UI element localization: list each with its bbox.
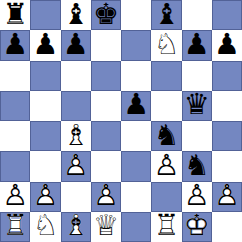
square-f7[interactable]: ♞♘ — [151, 30, 181, 60]
square-d8[interactable]: ♚ — [91, 0, 121, 30]
square-b8[interactable] — [30, 0, 60, 30]
square-c4[interactable]: ♝♗ — [61, 121, 91, 151]
square-b5[interactable] — [30, 91, 60, 121]
square-a3[interactable] — [0, 151, 30, 181]
square-g3[interactable]: ♞ — [182, 151, 212, 181]
square-d6[interactable] — [91, 61, 121, 91]
square-f2[interactable] — [151, 182, 181, 212]
square-d5[interactable] — [91, 91, 121, 121]
square-a5[interactable] — [0, 91, 30, 121]
piece-white-pawn[interactable]: ♟♙ — [151, 151, 181, 181]
piece-white-knight[interactable]: ♞♘ — [30, 212, 60, 242]
piece-white-pawn[interactable]: ♟♙ — [91, 182, 121, 212]
square-f1[interactable]: ♜♖ — [151, 212, 181, 242]
piece-white-knight[interactable]: ♞♘ — [151, 30, 181, 60]
square-a4[interactable] — [0, 121, 30, 151]
square-h8[interactable] — [212, 0, 242, 30]
piece-white-pawn[interactable]: ♟♙ — [61, 151, 91, 181]
square-e3[interactable] — [121, 151, 151, 181]
square-b4[interactable] — [30, 121, 60, 151]
chess-board: ♜♝♚♝♟♟♟♞♘♟♟♟♛♝♗♞♟♙♟♙♞♟♙♟♙♟♙♟♙♟♙♜♖♞♘♝♗♛♕♜… — [0, 0, 242, 242]
square-f3[interactable]: ♟♙ — [151, 151, 181, 181]
piece-black-rook[interactable]: ♜ — [0, 0, 30, 30]
square-a2[interactable]: ♟♙ — [0, 182, 30, 212]
square-a7[interactable]: ♟ — [0, 30, 30, 60]
square-e2[interactable] — [121, 182, 151, 212]
square-e1[interactable] — [121, 212, 151, 242]
piece-white-king[interactable]: ♚♔ — [182, 212, 212, 242]
square-c2[interactable] — [61, 182, 91, 212]
square-b7[interactable]: ♟ — [30, 30, 60, 60]
square-h2[interactable]: ♟♙ — [212, 182, 242, 212]
square-g8[interactable] — [182, 0, 212, 30]
square-g6[interactable] — [182, 61, 212, 91]
square-d2[interactable]: ♟♙ — [91, 182, 121, 212]
piece-black-pawn[interactable]: ♟ — [0, 30, 30, 60]
square-d4[interactable] — [91, 121, 121, 151]
square-h5[interactable] — [212, 91, 242, 121]
square-c3[interactable]: ♟♙ — [61, 151, 91, 181]
piece-black-queen[interactable]: ♛ — [182, 91, 212, 121]
square-a1[interactable]: ♜♖ — [0, 212, 30, 242]
square-f4[interactable]: ♞ — [151, 121, 181, 151]
square-c6[interactable] — [61, 61, 91, 91]
piece-black-pawn[interactable]: ♟ — [182, 30, 212, 60]
square-c7[interactable]: ♟ — [61, 30, 91, 60]
square-e4[interactable] — [121, 121, 151, 151]
square-h1[interactable] — [212, 212, 242, 242]
square-d3[interactable] — [91, 151, 121, 181]
piece-white-pawn[interactable]: ♟♙ — [30, 182, 60, 212]
square-e7[interactable] — [121, 30, 151, 60]
piece-black-pawn[interactable]: ♟ — [121, 91, 151, 121]
piece-black-bishop[interactable]: ♝ — [151, 0, 181, 30]
square-c8[interactable]: ♝ — [61, 0, 91, 30]
piece-white-pawn[interactable]: ♟♙ — [182, 182, 212, 212]
square-f5[interactable] — [151, 91, 181, 121]
square-d7[interactable] — [91, 30, 121, 60]
piece-white-rook[interactable]: ♜♖ — [151, 212, 181, 242]
square-g5[interactable]: ♛ — [182, 91, 212, 121]
square-b1[interactable]: ♞♘ — [30, 212, 60, 242]
square-e8[interactable] — [121, 0, 151, 30]
square-h6[interactable] — [212, 61, 242, 91]
piece-white-pawn[interactable]: ♟♙ — [212, 182, 242, 212]
square-g4[interactable] — [182, 121, 212, 151]
piece-black-pawn[interactable]: ♟ — [61, 30, 91, 60]
piece-white-bishop[interactable]: ♝♗ — [61, 121, 91, 151]
square-c1[interactable]: ♝♗ — [61, 212, 91, 242]
square-g2[interactable]: ♟♙ — [182, 182, 212, 212]
square-h4[interactable] — [212, 121, 242, 151]
square-d1[interactable]: ♛♕ — [91, 212, 121, 242]
piece-white-bishop[interactable]: ♝♗ — [61, 212, 91, 242]
piece-black-bishop[interactable]: ♝ — [61, 0, 91, 30]
square-e6[interactable] — [121, 61, 151, 91]
square-b3[interactable] — [30, 151, 60, 181]
piece-white-rook[interactable]: ♜♖ — [0, 212, 30, 242]
piece-white-pawn[interactable]: ♟♙ — [0, 182, 30, 212]
square-b6[interactable] — [30, 61, 60, 91]
piece-white-queen[interactable]: ♛♕ — [91, 212, 121, 242]
square-e5[interactable]: ♟ — [121, 91, 151, 121]
square-a8[interactable]: ♜ — [0, 0, 30, 30]
piece-black-knight[interactable]: ♞ — [182, 151, 212, 181]
square-b2[interactable]: ♟♙ — [30, 182, 60, 212]
square-g1[interactable]: ♚♔ — [182, 212, 212, 242]
square-f6[interactable] — [151, 61, 181, 91]
piece-black-knight[interactable]: ♞ — [151, 121, 181, 151]
square-h7[interactable]: ♟ — [212, 30, 242, 60]
piece-black-king[interactable]: ♚ — [91, 0, 121, 30]
piece-black-pawn[interactable]: ♟ — [212, 30, 242, 60]
square-g7[interactable]: ♟ — [182, 30, 212, 60]
piece-black-pawn[interactable]: ♟ — [30, 30, 60, 60]
square-a6[interactable] — [0, 61, 30, 91]
square-f8[interactable]: ♝ — [151, 0, 181, 30]
square-h3[interactable] — [212, 151, 242, 181]
square-c5[interactable] — [61, 91, 91, 121]
